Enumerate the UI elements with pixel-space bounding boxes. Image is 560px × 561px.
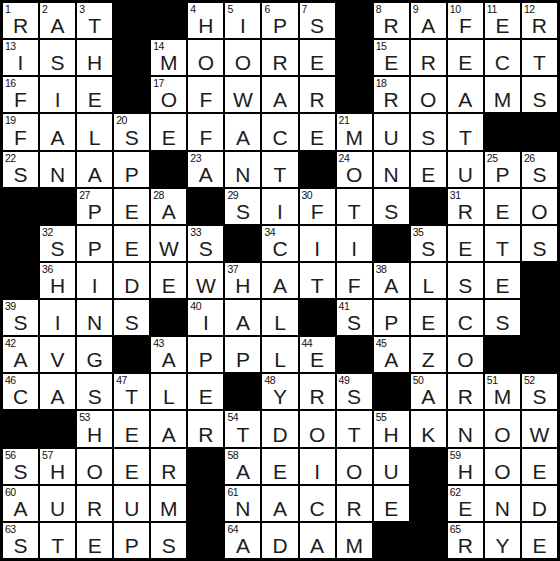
grid-cell[interactable]: D xyxy=(522,486,557,521)
grid-cell[interactable]: A xyxy=(77,152,112,187)
grid-cell[interactable]: 40I xyxy=(188,300,223,335)
grid-cell[interactable]: 49S xyxy=(337,374,372,409)
grid-cell[interactable]: D xyxy=(114,263,149,298)
grid-cell[interactable]: E xyxy=(448,40,483,75)
grid-cell[interactable]: T xyxy=(337,411,372,446)
grid-cell[interactable]: O xyxy=(337,449,372,484)
grid-cell[interactable]: O xyxy=(411,77,446,112)
grid-cell[interactable]: 22S xyxy=(3,152,38,187)
grid-cell[interactable]: R xyxy=(151,449,186,484)
grid-cell[interactable]: P xyxy=(114,152,149,187)
grid-cell[interactable]: E xyxy=(374,486,409,521)
grid-cell[interactable]: M xyxy=(151,486,186,521)
grid-cell[interactable]: T xyxy=(262,152,297,187)
grid-cell[interactable]: C xyxy=(448,300,483,335)
grid-cell[interactable]: E xyxy=(114,449,149,484)
grid-cell[interactable]: 2A xyxy=(40,3,75,38)
cell-letter: E xyxy=(151,275,186,297)
cell-letter: I xyxy=(3,52,38,74)
grid-cell[interactable]: 63S xyxy=(3,523,38,558)
cell-letter: I xyxy=(300,461,335,483)
grid-cell[interactable]: E xyxy=(262,449,297,484)
grid-cell[interactable]: 58A xyxy=(225,449,260,484)
cell-letter: M xyxy=(485,386,520,408)
cell-letter: D xyxy=(522,498,557,520)
grid-cell[interactable]: E xyxy=(77,523,112,558)
grid-cell[interactable]: O xyxy=(522,189,557,224)
grid-cell[interactable]: W xyxy=(188,263,223,298)
cell-letter: E xyxy=(77,535,112,557)
cell-letter: T xyxy=(337,424,372,446)
grid-cell[interactable]: 3T xyxy=(77,3,112,38)
cell-letter: S xyxy=(3,164,38,186)
grid-cell[interactable]: 14M xyxy=(151,40,186,75)
grid-cell[interactable]: 55H xyxy=(374,411,409,446)
clue-number: 1 xyxy=(5,3,10,15)
cell-letter: I xyxy=(300,238,335,260)
cell-letter: A xyxy=(188,164,223,186)
grid-cell[interactable]: 26S xyxy=(522,152,557,187)
black-cell xyxy=(151,3,186,38)
grid-cell[interactable]: A xyxy=(225,300,260,335)
grid-cell[interactable]: E xyxy=(114,226,149,261)
grid-cell[interactable]: N xyxy=(40,152,75,187)
cell-letter: A xyxy=(3,349,38,371)
grid-cell[interactable]: M xyxy=(485,77,520,112)
grid-cell[interactable]: S xyxy=(522,77,557,112)
clue-number: 31 xyxy=(450,189,461,201)
cell-letter: E xyxy=(522,461,557,483)
grid-cell[interactable]: O xyxy=(448,337,483,372)
black-cell xyxy=(114,77,149,112)
cell-letter: E xyxy=(485,275,520,297)
cell-letter: S xyxy=(3,312,38,334)
grid-cell[interactable]: 35S xyxy=(411,226,446,261)
grid-cell[interactable]: R xyxy=(262,40,297,75)
grid-cell[interactable]: S xyxy=(448,263,483,298)
grid-cell[interactable]: 7S xyxy=(300,3,335,38)
grid-cell[interactable]: 4H xyxy=(188,3,223,38)
grid-cell[interactable]: R xyxy=(448,374,483,409)
clue-number: 54 xyxy=(227,411,238,423)
clue-number: 13 xyxy=(5,40,16,52)
clue-number: 58 xyxy=(227,449,238,461)
cell-letter: W xyxy=(225,89,260,111)
grid-cell[interactable]: 45A xyxy=(374,337,409,372)
grid-cell[interactable]: F xyxy=(337,263,372,298)
grid-cell[interactable]: E xyxy=(485,263,520,298)
grid-cell[interactable]: U xyxy=(114,486,149,521)
grid-cell[interactable]: 42A xyxy=(3,337,38,372)
grid-cell[interactable]: E xyxy=(300,40,335,75)
grid-cell[interactable]: 36H xyxy=(40,263,75,298)
cell-letter: C xyxy=(262,238,297,260)
cell-letter: F xyxy=(188,127,223,149)
grid-cell[interactable]: 43A xyxy=(151,337,186,372)
cell-letter: A xyxy=(374,349,409,371)
cell-letter: F xyxy=(337,275,372,297)
cell-letter: A xyxy=(300,535,335,557)
grid-cell[interactable]: U xyxy=(40,486,75,521)
grid-cell[interactable]: A xyxy=(151,411,186,446)
cell-letter: U xyxy=(114,498,149,520)
grid-cell[interactable]: 46C xyxy=(3,374,38,409)
grid-cell[interactable]: 65R xyxy=(448,523,483,558)
grid-cell[interactable]: 59H xyxy=(448,449,483,484)
grid-cell[interactable]: 39S xyxy=(3,300,38,335)
grid-cell[interactable]: 38A xyxy=(374,263,409,298)
grid-cell[interactable]: 32S xyxy=(40,226,75,261)
cell-letter: S xyxy=(522,89,557,111)
cell-letter: A xyxy=(151,201,186,223)
cell-letter: A xyxy=(262,89,297,111)
cell-letter: P xyxy=(262,15,297,37)
clue-number: 61 xyxy=(227,486,238,498)
cell-letter: M xyxy=(337,535,372,557)
grid-cell[interactable]: 25P xyxy=(485,152,520,187)
grid-cell[interactable]: 23A xyxy=(188,152,223,187)
grid-cell[interactable]: 11E xyxy=(485,3,520,38)
grid-cell[interactable]: S xyxy=(151,523,186,558)
cell-letter: S xyxy=(151,535,186,557)
cell-letter: S xyxy=(337,312,372,334)
grid-cell[interactable]: 60A xyxy=(3,486,38,521)
grid-cell[interactable]: R xyxy=(300,374,335,409)
cell-letter: A xyxy=(448,89,483,111)
grid-cell[interactable]: 30F xyxy=(300,189,335,224)
grid-cell[interactable]: H xyxy=(77,40,112,75)
grid-cell[interactable]: 44E xyxy=(300,337,335,372)
grid-cell[interactable]: P xyxy=(188,337,223,372)
grid-cell[interactable]: 41S xyxy=(337,300,372,335)
cell-letter: R xyxy=(448,386,483,408)
grid-cell[interactable]: N xyxy=(225,152,260,187)
grid-cell[interactable]: O xyxy=(188,40,223,75)
grid-cell[interactable]: R xyxy=(411,40,446,75)
grid-cell[interactable]: A xyxy=(225,114,260,149)
cell-letter: P xyxy=(188,349,223,371)
black-cell xyxy=(374,374,409,409)
cell-letter: I xyxy=(77,275,112,297)
grid-cell[interactable]: 29S xyxy=(225,189,260,224)
grid-cell[interactable]: 62E xyxy=(448,486,483,521)
grid-cell[interactable]: V xyxy=(40,337,75,372)
cell-letter: E xyxy=(114,424,149,446)
grid-cell[interactable]: L xyxy=(77,114,112,149)
grid-cell[interactable]: L xyxy=(262,337,297,372)
grid-cell[interactable]: E xyxy=(77,77,112,112)
black-cell xyxy=(40,411,75,446)
grid-cell[interactable]: O xyxy=(77,449,112,484)
grid-cell[interactable]: I xyxy=(300,226,335,261)
grid-cell[interactable]: N xyxy=(77,300,112,335)
cell-letter: C xyxy=(262,127,297,149)
grid-cell[interactable]: C xyxy=(262,114,297,149)
grid-cell[interactable]: 53H xyxy=(77,411,112,446)
cell-letter: R xyxy=(151,461,186,483)
grid-cell[interactable]: 19F xyxy=(3,114,38,149)
grid-cell[interactable]: O xyxy=(485,411,520,446)
grid-cell[interactable]: 12R xyxy=(522,3,557,38)
clue-number: 26 xyxy=(524,152,535,164)
cell-letter: S xyxy=(3,461,38,483)
cell-letter: T xyxy=(40,535,75,557)
cell-letter: I xyxy=(337,238,372,260)
grid-cell[interactable]: 50A xyxy=(411,374,446,409)
grid-cell[interactable]: A xyxy=(300,523,335,558)
grid-cell[interactable]: 5I xyxy=(225,3,260,38)
grid-cell[interactable]: 52S xyxy=(522,374,557,409)
grid-cell[interactable]: 37H xyxy=(225,263,260,298)
grid-cell[interactable]: W xyxy=(522,411,557,446)
grid-cell[interactable]: C xyxy=(300,486,335,521)
grid-cell[interactable]: 48Y xyxy=(262,374,297,409)
grid-cell[interactable]: A xyxy=(262,77,297,112)
cell-letter: S xyxy=(411,238,446,260)
grid-cell[interactable]: I xyxy=(77,263,112,298)
grid-cell[interactable]: E xyxy=(522,449,557,484)
grid-cell[interactable]: R xyxy=(337,486,372,521)
grid-cell[interactable]: L xyxy=(151,374,186,409)
clue-number: 60 xyxy=(5,486,16,498)
cell-letter: L xyxy=(411,275,446,297)
cell-letter: H xyxy=(225,275,260,297)
grid-cell[interactable]: I xyxy=(40,77,75,112)
grid-cell[interactable]: O xyxy=(300,411,335,446)
cell-letter: L xyxy=(151,386,186,408)
grid-cell[interactable]: 64A xyxy=(225,523,260,558)
cell-letter: A xyxy=(77,164,112,186)
grid-cell[interactable]: S xyxy=(522,226,557,261)
cell-letter: S xyxy=(300,15,335,37)
grid-cell[interactable]: 20S xyxy=(114,114,149,149)
clue-number: 20 xyxy=(116,114,127,126)
grid-cell[interactable]: 16F xyxy=(3,77,38,112)
grid-cell[interactable]: D xyxy=(262,523,297,558)
grid-cell[interactable]: A xyxy=(448,77,483,112)
grid-cell[interactable]: 47T xyxy=(114,374,149,409)
cell-letter: E xyxy=(114,238,149,260)
grid-cell[interactable]: O xyxy=(225,40,260,75)
grid-cell[interactable]: 57H xyxy=(40,449,75,484)
grid-cell[interactable]: W xyxy=(151,226,186,261)
cell-letter: P xyxy=(374,312,409,334)
grid-cell[interactable]: E xyxy=(411,152,446,187)
grid-cell[interactable]: L xyxy=(411,263,446,298)
cell-letter: A xyxy=(225,461,260,483)
grid-cell[interactable]: E xyxy=(188,374,223,409)
cell-letter: E xyxy=(188,386,223,408)
grid-cell[interactable]: R xyxy=(300,77,335,112)
clue-number: 7 xyxy=(302,3,307,15)
grid-cell[interactable]: Y xyxy=(485,523,520,558)
black-cell xyxy=(225,226,260,261)
grid-cell[interactable]: I xyxy=(337,226,372,261)
cell-letter: M xyxy=(151,52,186,74)
cell-letter: T xyxy=(262,164,297,186)
grid-cell[interactable]: 31R xyxy=(448,189,483,224)
grid-cell[interactable]: E xyxy=(151,263,186,298)
grid-cell[interactable]: E xyxy=(448,226,483,261)
cell-letter: A xyxy=(151,349,186,371)
grid-cell[interactable]: 6P xyxy=(262,3,297,38)
grid-cell[interactable]: A xyxy=(262,263,297,298)
grid-cell[interactable]: R xyxy=(77,486,112,521)
cell-letter: O xyxy=(411,89,446,111)
clue-number: 4 xyxy=(190,3,195,15)
cell-letter: I xyxy=(188,312,223,334)
grid-cell[interactable]: I xyxy=(262,189,297,224)
clue-number: 3 xyxy=(79,3,84,15)
black-cell xyxy=(374,523,409,558)
grid-cell[interactable]: A xyxy=(262,486,297,521)
cell-letter: W xyxy=(151,238,186,260)
grid-cell[interactable]: E xyxy=(114,189,149,224)
cell-letter: S xyxy=(114,127,149,149)
cell-letter: S xyxy=(40,238,75,260)
cell-letter: R xyxy=(522,15,557,37)
grid-cell[interactable]: 61N xyxy=(225,486,260,521)
grid-cell[interactable]: N xyxy=(448,411,483,446)
cell-letter: D xyxy=(114,275,149,297)
grid-cell[interactable]: F xyxy=(188,114,223,149)
grid-cell[interactable]: 27P xyxy=(77,189,112,224)
grid-cell[interactable]: U xyxy=(374,114,409,149)
cell-letter: R xyxy=(448,201,483,223)
cell-letter: O xyxy=(522,201,557,223)
grid-cell[interactable]: A xyxy=(40,374,75,409)
cell-letter: E xyxy=(114,461,149,483)
grid-cell[interactable]: 34C xyxy=(262,226,297,261)
grid-cell[interactable]: 51M xyxy=(485,374,520,409)
cell-letter: O xyxy=(337,164,372,186)
grid-cell[interactable]: 18R xyxy=(374,77,409,112)
grid-cell[interactable]: 9A xyxy=(411,3,446,38)
grid-cell[interactable]: T xyxy=(300,263,335,298)
grid-cell[interactable]: E xyxy=(300,114,335,149)
clue-number: 22 xyxy=(5,152,16,164)
cell-letter: N xyxy=(485,498,520,520)
grid-cell[interactable]: U xyxy=(374,449,409,484)
cell-letter: S xyxy=(114,312,149,334)
clue-number: 5 xyxy=(227,3,232,15)
grid-cell[interactable]: S xyxy=(77,374,112,409)
cell-letter: E xyxy=(485,201,520,223)
cell-letter: A xyxy=(225,312,260,334)
grid-cell[interactable]: L xyxy=(262,300,297,335)
grid-cell[interactable]: T xyxy=(40,523,75,558)
grid-cell[interactable]: 56S xyxy=(3,449,38,484)
grid-cell[interactable]: O xyxy=(485,449,520,484)
grid-cell[interactable]: E xyxy=(485,189,520,224)
grid-cell[interactable]: A xyxy=(40,114,75,149)
grid-cell[interactable]: 17O xyxy=(151,77,186,112)
cell-letter: A xyxy=(411,386,446,408)
grid-cell[interactable]: E xyxy=(411,300,446,335)
grid-cell[interactable]: N xyxy=(485,486,520,521)
grid-cell[interactable]: R xyxy=(188,411,223,446)
grid-cell[interactable]: S xyxy=(411,114,446,149)
black-cell xyxy=(114,40,149,75)
grid-cell[interactable]: C xyxy=(485,40,520,75)
cell-letter: I xyxy=(225,15,260,37)
cell-letter: Z xyxy=(411,349,446,371)
cell-letter: A xyxy=(225,535,260,557)
black-cell xyxy=(522,337,557,372)
grid-cell[interactable]: T xyxy=(522,40,557,75)
grid-cell[interactable]: T xyxy=(337,189,372,224)
black-cell xyxy=(411,486,446,521)
black-cell xyxy=(337,77,372,112)
grid-cell[interactable]: T xyxy=(448,114,483,149)
cell-letter: H xyxy=(374,424,409,446)
cell-letter: R xyxy=(77,498,112,520)
grid-cell[interactable]: 8R xyxy=(374,3,409,38)
grid-cell[interactable]: G xyxy=(77,337,112,372)
grid-cell[interactable]: K xyxy=(411,411,446,446)
black-cell xyxy=(374,226,409,261)
grid-cell[interactable]: N xyxy=(374,152,409,187)
cell-letter: H xyxy=(40,275,75,297)
black-cell xyxy=(188,523,223,558)
grid-cell[interactable]: 13I xyxy=(3,40,38,75)
grid-cell[interactable]: P xyxy=(77,226,112,261)
clue-number: 32 xyxy=(42,226,53,238)
grid-cell[interactable]: W xyxy=(225,77,260,112)
cell-letter: R xyxy=(300,386,335,408)
grid-cell[interactable]: 21M xyxy=(337,114,372,149)
cell-letter: R xyxy=(337,498,372,520)
grid-cell[interactable]: S xyxy=(40,40,75,75)
grid-cell[interactable]: 15E xyxy=(374,40,409,75)
grid-cell[interactable]: T xyxy=(485,226,520,261)
grid-cell[interactable]: D xyxy=(262,411,297,446)
grid-cell[interactable]: E xyxy=(151,114,186,149)
grid-cell[interactable]: 10F xyxy=(448,3,483,38)
grid-cell[interactable]: P xyxy=(225,337,260,372)
clue-number: 30 xyxy=(302,189,313,201)
grid-cell[interactable]: 24O xyxy=(337,152,372,187)
cell-letter: I xyxy=(40,89,75,111)
cell-letter: R xyxy=(300,89,335,111)
grid-cell[interactable]: E xyxy=(522,523,557,558)
grid-cell[interactable]: P xyxy=(374,300,409,335)
grid-cell[interactable]: I xyxy=(300,449,335,484)
clue-number: 19 xyxy=(5,114,16,126)
grid-cell[interactable]: E xyxy=(114,411,149,446)
cell-letter: D xyxy=(262,535,297,557)
cell-letter: O xyxy=(448,349,483,371)
grid-cell[interactable]: I xyxy=(40,300,75,335)
black-cell xyxy=(411,523,446,558)
grid-cell[interactable]: F xyxy=(188,77,223,112)
grid-cell[interactable]: M xyxy=(337,523,372,558)
grid-cell[interactable]: 28A xyxy=(151,189,186,224)
crossword-puzzle: 1R2A3T4H5I6P7S8R9A10F11E12R13ISH14MOORE1… xyxy=(0,0,560,561)
grid-cell[interactable]: 54T xyxy=(225,411,260,446)
black-cell xyxy=(300,300,335,335)
grid-cell[interactable]: S xyxy=(374,189,409,224)
grid-cell[interactable]: Z xyxy=(411,337,446,372)
grid-cell[interactable]: P xyxy=(114,523,149,558)
grid-cell[interactable]: 1R xyxy=(3,3,38,38)
cell-letter: F xyxy=(188,89,223,111)
cell-letter: C xyxy=(300,498,335,520)
grid-cell[interactable]: S xyxy=(485,300,520,335)
grid-cell[interactable]: U xyxy=(448,152,483,187)
grid-cell[interactable]: S xyxy=(114,300,149,335)
grid-cell[interactable]: 33S xyxy=(188,226,223,261)
